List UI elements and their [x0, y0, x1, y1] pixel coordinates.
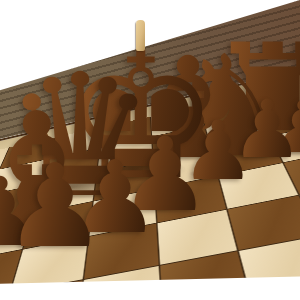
chess-set-photo: ♝♛♚♝♞♜♟♟♟♟♟♟♟ — [0, 0, 300, 300]
piece-pawn-c2: ♟ — [3, 149, 106, 264]
king-finial — [136, 20, 145, 51]
